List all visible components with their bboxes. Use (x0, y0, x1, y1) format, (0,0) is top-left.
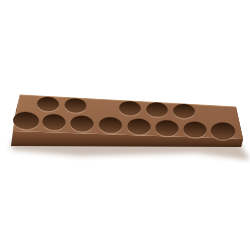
mancala-board (0, 0, 250, 250)
product-photo (0, 0, 250, 250)
